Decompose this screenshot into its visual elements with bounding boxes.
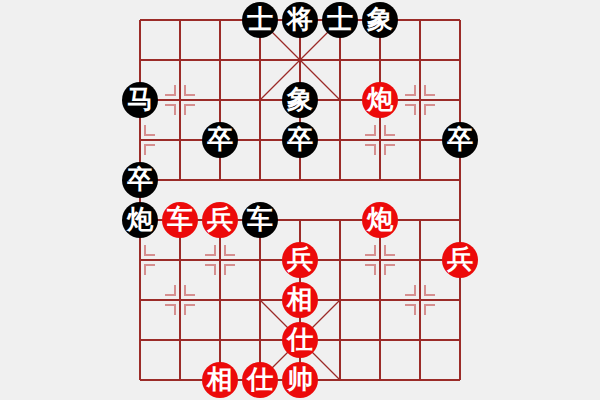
- black-elephant[interactable]: 象: [362, 2, 398, 38]
- board-point[interactable]: 相: [280, 280, 320, 320]
- board-point[interactable]: [400, 40, 440, 80]
- black-chariot[interactable]: 车: [242, 202, 278, 238]
- black-advisor[interactable]: 士: [322, 2, 358, 38]
- board-point[interactable]: [280, 200, 320, 240]
- board-point[interactable]: [320, 200, 360, 240]
- board-point[interactable]: 车: [160, 200, 200, 240]
- black-horse[interactable]: 马: [122, 82, 158, 118]
- board-point[interactable]: [320, 240, 360, 280]
- board-point[interactable]: [160, 80, 200, 120]
- board-point[interactable]: [240, 320, 280, 360]
- board-point[interactable]: [120, 40, 160, 80]
- board-point[interactable]: [440, 160, 480, 200]
- board-point[interactable]: [400, 160, 440, 200]
- board-point[interactable]: [400, 120, 440, 160]
- board-point[interactable]: 士: [240, 0, 280, 40]
- red-chariot[interactable]: 车: [162, 202, 198, 238]
- board-point[interactable]: [240, 240, 280, 280]
- board-point[interactable]: [160, 120, 200, 160]
- board-point[interactable]: [160, 360, 200, 400]
- board-point[interactable]: [360, 120, 400, 160]
- board-point[interactable]: 卒: [120, 160, 160, 200]
- board-point[interactable]: [400, 80, 440, 120]
- board-point[interactable]: [120, 0, 160, 40]
- board-point[interactable]: [440, 360, 480, 400]
- board-point[interactable]: [240, 40, 280, 80]
- board-point[interactable]: [400, 320, 440, 360]
- board-point[interactable]: 卒: [440, 120, 480, 160]
- board-point[interactable]: [440, 280, 480, 320]
- board-point[interactable]: [400, 0, 440, 40]
- black-soldier[interactable]: 卒: [282, 122, 318, 158]
- board-point[interactable]: [360, 280, 400, 320]
- board-point[interactable]: 兵: [200, 200, 240, 240]
- board-point[interactable]: 兵: [280, 240, 320, 280]
- board-point[interactable]: 士: [320, 0, 360, 40]
- board-point[interactable]: [120, 240, 160, 280]
- board-point[interactable]: [400, 360, 440, 400]
- board-point[interactable]: [200, 0, 240, 40]
- board-point[interactable]: [360, 240, 400, 280]
- board-point[interactable]: [400, 240, 440, 280]
- board-point[interactable]: [200, 240, 240, 280]
- red-soldier[interactable]: 兵: [202, 202, 238, 238]
- board-point[interactable]: [320, 80, 360, 120]
- board-point[interactable]: 兵: [440, 240, 480, 280]
- red-advisor[interactable]: 仕: [242, 362, 278, 398]
- board-point[interactable]: [360, 320, 400, 360]
- board-point[interactable]: [320, 160, 360, 200]
- board-point[interactable]: [440, 200, 480, 240]
- xiangqi-app: 士将士象马象炮卒卒卒卒炮车兵车炮兵兵相仕相仕帅: [0, 0, 600, 400]
- board-point[interactable]: [360, 160, 400, 200]
- board-point[interactable]: [120, 280, 160, 320]
- board-point[interactable]: [240, 160, 280, 200]
- board-point[interactable]: [160, 240, 200, 280]
- board-point[interactable]: [200, 160, 240, 200]
- black-elephant[interactable]: 象: [282, 82, 318, 118]
- board-point[interactable]: 卒: [200, 120, 240, 160]
- board-point[interactable]: [160, 280, 200, 320]
- black-general[interactable]: 将: [282, 2, 318, 38]
- board-point[interactable]: [200, 280, 240, 320]
- board-point[interactable]: [120, 120, 160, 160]
- board-point[interactable]: [160, 40, 200, 80]
- board-point[interactable]: [200, 40, 240, 80]
- board-point[interactable]: [440, 0, 480, 40]
- board-point[interactable]: [200, 80, 240, 120]
- red-soldier[interactable]: 兵: [282, 242, 318, 278]
- black-soldier[interactable]: 卒: [122, 162, 158, 198]
- board-point[interactable]: 炮: [120, 200, 160, 240]
- board-point[interactable]: 帅: [280, 360, 320, 400]
- board-point[interactable]: 马: [120, 80, 160, 120]
- board-point[interactable]: [120, 320, 160, 360]
- red-cannon[interactable]: 炮: [362, 82, 398, 118]
- red-elephant[interactable]: 相: [202, 362, 238, 398]
- board-point[interactable]: [360, 360, 400, 400]
- board-point[interactable]: 卒: [280, 120, 320, 160]
- red-general[interactable]: 帅: [282, 362, 318, 398]
- board-point[interactable]: 相: [200, 360, 240, 400]
- black-soldier[interactable]: 卒: [202, 122, 238, 158]
- board-point[interactable]: [320, 360, 360, 400]
- board-point[interactable]: [280, 40, 320, 80]
- board-point[interactable]: [440, 320, 480, 360]
- board-point[interactable]: 车: [240, 200, 280, 240]
- board-point[interactable]: [280, 160, 320, 200]
- board-point[interactable]: [240, 120, 280, 160]
- board-point[interactable]: [320, 280, 360, 320]
- board-point[interactable]: [120, 360, 160, 400]
- board-point[interactable]: [160, 160, 200, 200]
- board-point[interactable]: [400, 200, 440, 240]
- black-advisor[interactable]: 士: [242, 2, 278, 38]
- board-point[interactable]: [240, 280, 280, 320]
- board-point[interactable]: [320, 120, 360, 160]
- red-cannon[interactable]: 炮: [362, 202, 398, 238]
- red-elephant[interactable]: 相: [282, 282, 318, 318]
- board-point[interactable]: 象: [360, 0, 400, 40]
- board-point[interactable]: [160, 320, 200, 360]
- board-point[interactable]: [440, 80, 480, 120]
- board-point[interactable]: [320, 40, 360, 80]
- xiangqi-board: 士将士象马象炮卒卒卒卒炮车兵车炮兵兵相仕相仕帅: [120, 0, 480, 400]
- board-point[interactable]: [240, 80, 280, 120]
- board-point[interactable]: [400, 280, 440, 320]
- red-advisor[interactable]: 仕: [282, 322, 318, 358]
- board-point[interactable]: [160, 0, 200, 40]
- board-point[interactable]: [440, 40, 480, 80]
- board-point[interactable]: 仕: [240, 360, 280, 400]
- black-cannon[interactable]: 炮: [122, 202, 158, 238]
- board-point[interactable]: [200, 320, 240, 360]
- black-soldier[interactable]: 卒: [442, 122, 478, 158]
- board-point[interactable]: 仕: [280, 320, 320, 360]
- board-point[interactable]: [360, 40, 400, 80]
- board-point[interactable]: 炮: [360, 200, 400, 240]
- red-soldier[interactable]: 兵: [442, 242, 478, 278]
- board-point[interactable]: 象: [280, 80, 320, 120]
- board-point[interactable]: 炮: [360, 80, 400, 120]
- board-point[interactable]: 将: [280, 0, 320, 40]
- board-point[interactable]: [320, 320, 360, 360]
